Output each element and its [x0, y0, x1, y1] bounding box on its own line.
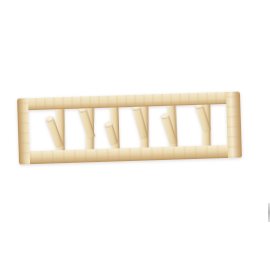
- coat-rack: [17, 92, 242, 165]
- frame-right-stile: [226, 92, 242, 158]
- photo-background: [0, 0, 270, 270]
- frame-left-stile: [17, 98, 30, 164]
- scrollbar-artifact: [268, 203, 270, 222]
